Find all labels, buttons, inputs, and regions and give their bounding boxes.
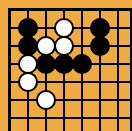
black-stone [18, 36, 38, 56]
black-stone [54, 54, 74, 74]
board-top-edge [8, 8, 132, 11]
white-stone [18, 72, 38, 92]
black-stone [18, 18, 38, 38]
grid-hline [8, 117, 132, 119]
black-stone [36, 54, 56, 74]
white-stone [54, 36, 74, 56]
black-stone [90, 18, 110, 38]
white-stone [18, 54, 38, 74]
board-left-edge [8, 8, 11, 131]
white-stone [36, 90, 56, 110]
go-board[interactable] [0, 0, 132, 131]
screenshot-stage [0, 0, 132, 131]
black-stone [90, 36, 110, 56]
black-stone [72, 54, 92, 74]
grid-vline-partial-right [130, 8, 132, 131]
grid-hline [8, 99, 132, 101]
white-stone [54, 18, 74, 38]
grid-vline [117, 8, 119, 131]
white-stone [36, 36, 56, 56]
